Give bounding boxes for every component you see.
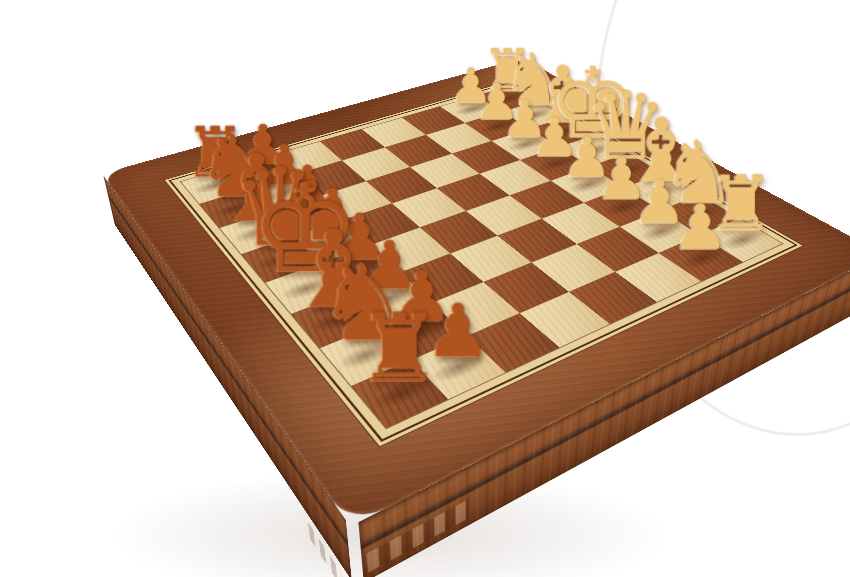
square-r8c7[interactable]: ♟	[659, 235, 743, 281]
square-r8c1[interactable]: ♜	[351, 360, 448, 428]
wooden-chess-box: ♜♟♟♜♞♟♟♞♝♟♟♝♛♟♟♚♚♟♟♛♝♟♟♝♞♟♟♞♜♟♟♜	[102, 58, 850, 526]
dark-rook[interactable]: ♜	[273, 303, 526, 392]
light-pawn[interactable]: ♟	[596, 198, 805, 257]
product-photo-scene: ♜♟♟♜♞♟♟♞♝♟♟♝♛♟♟♚♚♟♟♛♝♟♟♝♞♟♟♞♜♟♟♜	[0, 0, 850, 577]
